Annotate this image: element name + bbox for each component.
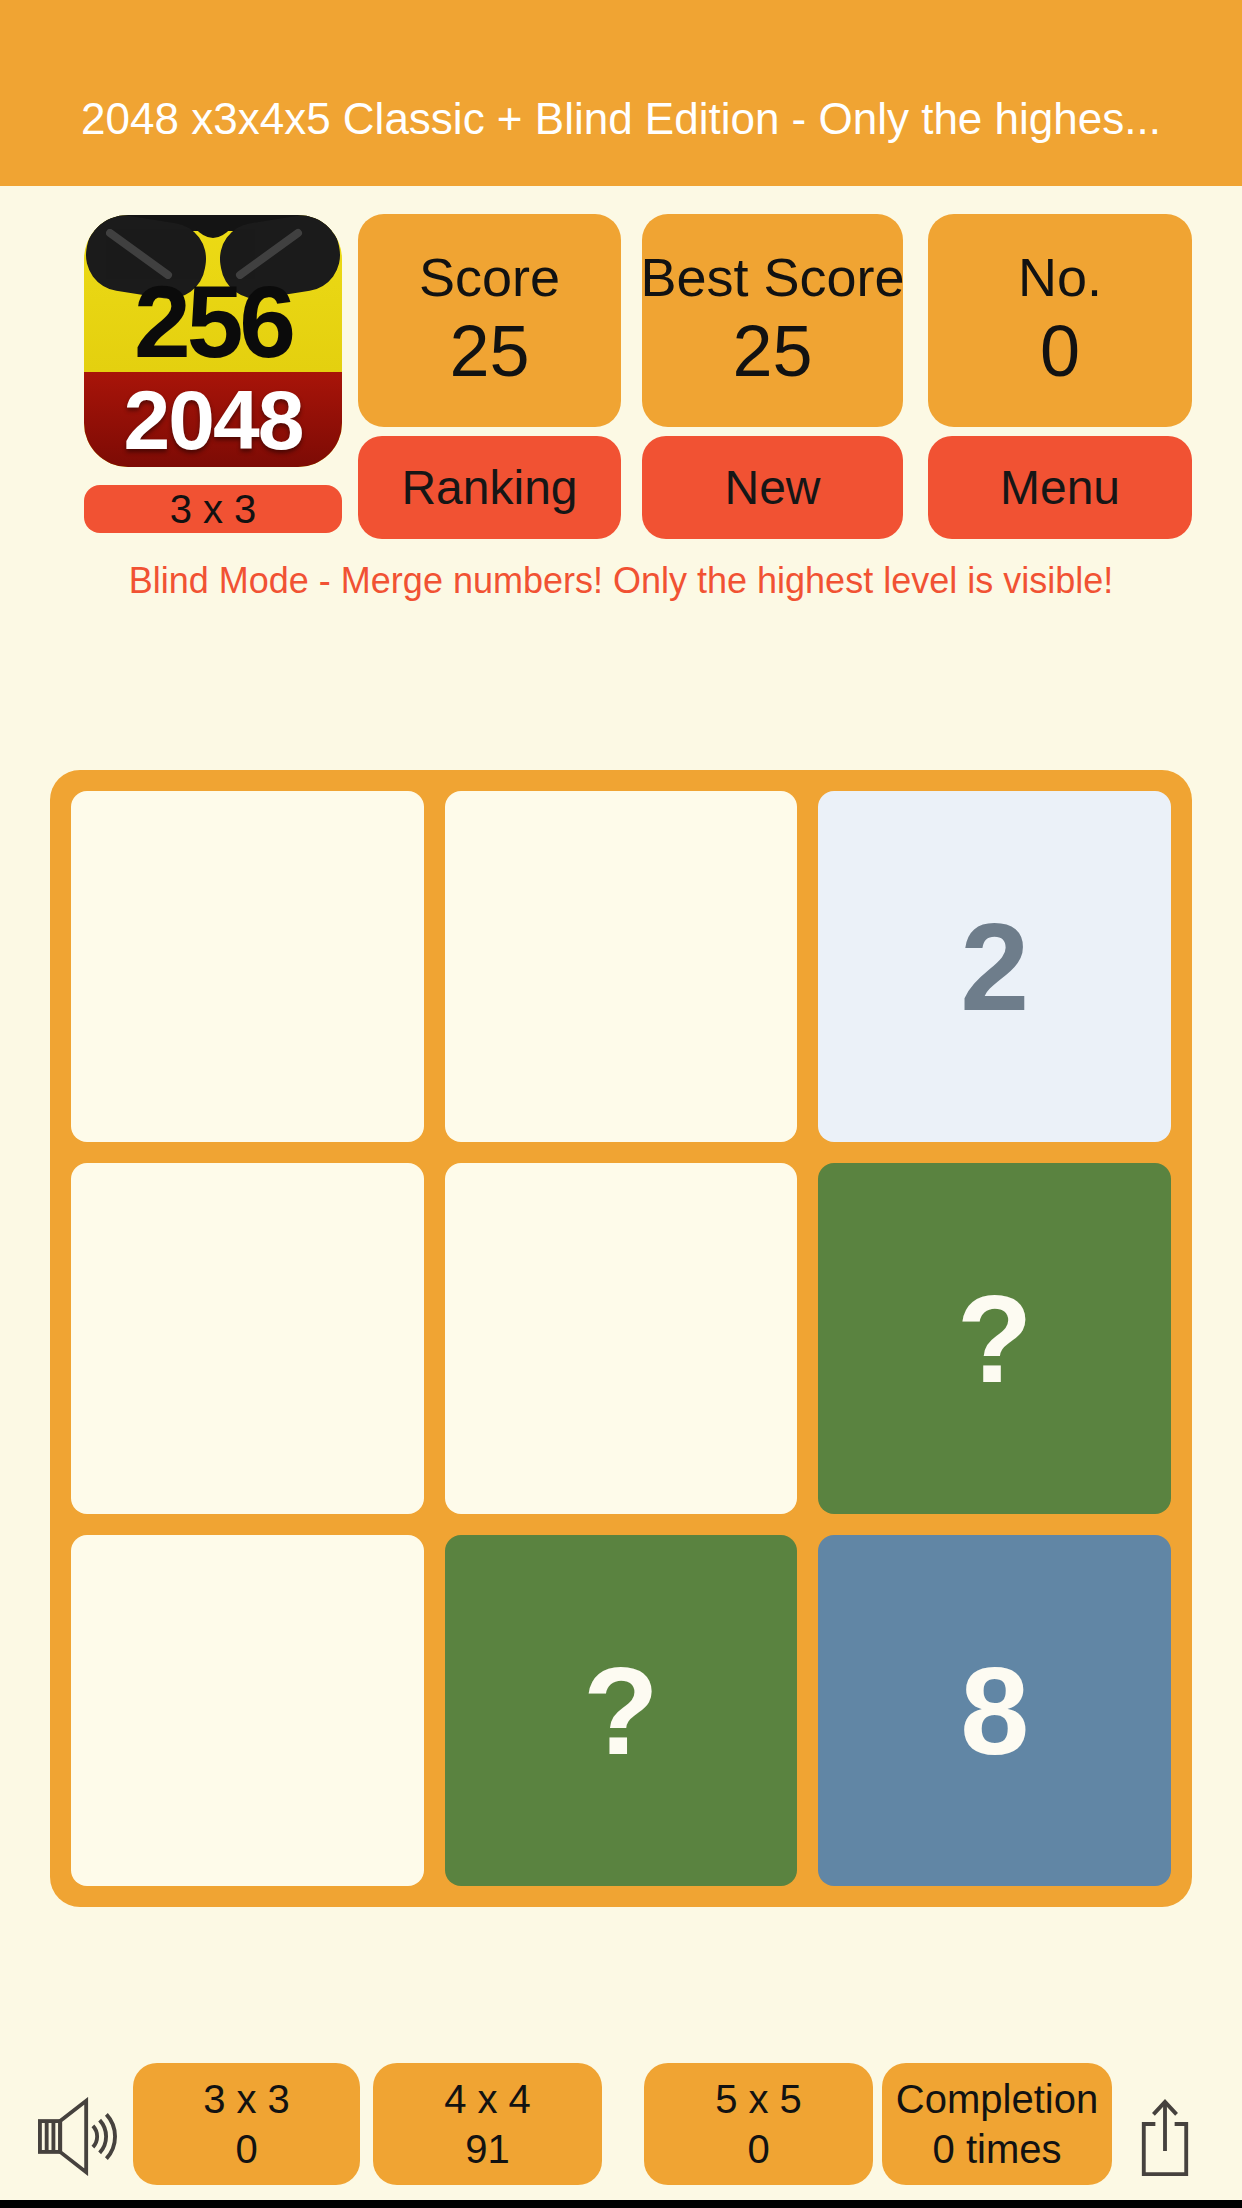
number-label: No. [1018, 246, 1102, 308]
completion-value: 0 times [933, 2124, 1062, 2174]
bottom-black-bar [0, 2200, 1242, 2208]
board-cell-r2c2-tile-8: 8 [818, 1535, 1171, 1886]
board-cell-r1c2-hidden-tile: ? [818, 1163, 1171, 1514]
size-3x3-score: 0 [235, 2124, 257, 2174]
best-score-label: Best Score [640, 246, 904, 308]
score-box: Score 25 [358, 214, 621, 427]
menu-button[interactable]: Menu [928, 436, 1192, 539]
game-board[interactable]: 2??8 [50, 770, 1192, 1907]
speaker-sound-on-icon[interactable] [37, 2097, 118, 2176]
current-size-badge: 3 x 3 [84, 485, 342, 533]
completion-button[interactable]: Completion 0 times [882, 2063, 1112, 2185]
number-box: No. 0 [928, 214, 1192, 427]
best-score-box: Best Score 25 [642, 214, 903, 427]
size-4x4-label: 4 x 4 [444, 2074, 531, 2124]
icon-red-band: 2048 [84, 372, 342, 467]
board-cell-r0c2-tile-2: 2 [818, 791, 1171, 1142]
title-bar: 2048 x3x4x5 Classic + Blind Edition - On… [0, 0, 1242, 186]
size-5x5-score: 0 [747, 2124, 769, 2174]
score-label: Score [419, 246, 560, 308]
completion-label: Completion [896, 2074, 1098, 2124]
size-5x5-label: 5 x 5 [715, 2074, 802, 2124]
app-icon: 256 2048 [84, 215, 342, 467]
board-size-3x3-button[interactable]: 3 x 3 0 [133, 2063, 360, 2185]
board-cell-r2c1-hidden-tile: ? [445, 1535, 798, 1886]
icon-bottom-number: 2048 [124, 378, 303, 462]
new-game-button[interactable]: New [642, 436, 903, 539]
board-cell-r1c1-empty [445, 1163, 798, 1514]
board-size-4x4-button[interactable]: 4 x 4 91 [373, 2063, 602, 2185]
board-cell-r2c0-empty [71, 1535, 424, 1886]
size-4x4-score: 91 [465, 2124, 510, 2174]
board-size-5x5-button[interactable]: 5 x 5 0 [644, 2063, 873, 2185]
app-title: 2048 x3x4x5 Classic + Blind Edition - On… [0, 94, 1242, 144]
score-value: 25 [449, 308, 529, 394]
share-icon[interactable] [1136, 2097, 1194, 2178]
icon-top-number: 256 [84, 271, 342, 373]
board-cell-r0c0-empty [71, 791, 424, 1142]
blind-mode-banner: Blind Mode - Merge numbers! Only the hig… [0, 560, 1242, 602]
board-cell-r0c1-empty [445, 791, 798, 1142]
size-3x3-label: 3 x 3 [203, 2074, 290, 2124]
number-value: 0 [1040, 308, 1080, 394]
ranking-button[interactable]: Ranking [358, 436, 621, 539]
best-score-value: 25 [732, 308, 812, 394]
board-cell-r1c0-empty [71, 1163, 424, 1514]
